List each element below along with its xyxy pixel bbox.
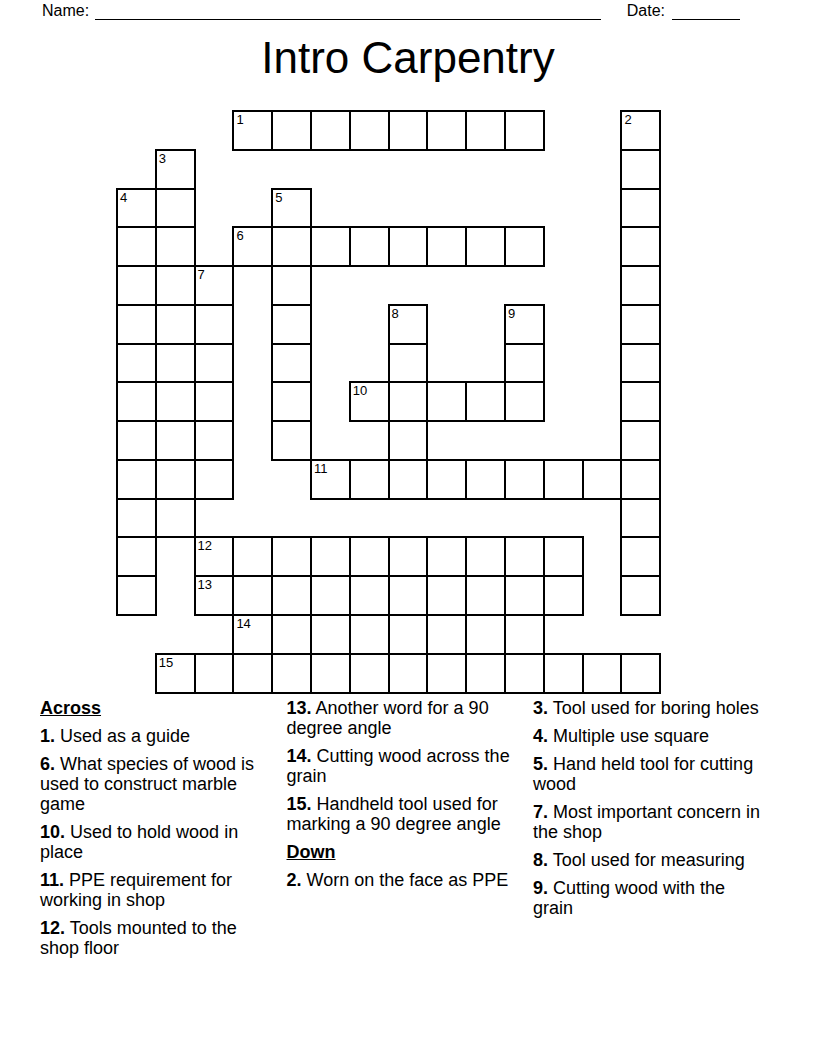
clue-number-label: 14.	[287, 746, 312, 766]
clue-1-across: 1. Used as a guide	[40, 726, 271, 746]
cell-r4-c0[interactable]	[116, 265, 157, 306]
cell-r3-c8[interactable]	[426, 226, 467, 267]
cell-r6-c1[interactable]	[155, 343, 196, 384]
cell-r0-c4[interactable]	[271, 110, 312, 151]
clue-13-across: 13. Another word for a 90 degree angle	[287, 698, 518, 738]
crossword-worksheet: Name: Date: Intro Carpentry 123456789101…	[0, 0, 816, 1056]
cell-r13-c3[interactable]: 14	[232, 614, 273, 655]
clue-number-label: 15.	[287, 794, 312, 814]
cell-r12-c10[interactable]	[504, 575, 545, 616]
cell-r5-c7[interactable]: 8	[388, 304, 429, 345]
cell-r13-c6[interactable]	[349, 614, 390, 655]
cell-r6-c0[interactable]	[116, 343, 157, 384]
cell-r14-c10[interactable]	[504, 653, 545, 694]
clue-12-across: 12. Tools mounted to the shop floor	[40, 918, 271, 958]
cell-r8-c2[interactable]	[194, 420, 235, 461]
name-label: Name:	[42, 2, 89, 20]
clue-number-9: 9	[508, 306, 515, 321]
cell-r14-c2[interactable]	[194, 653, 235, 694]
clue-10-across: 10. Used to hold wood in place	[40, 822, 271, 862]
cell-r0-c8[interactable]	[426, 110, 467, 151]
cell-r3-c13[interactable]	[620, 226, 661, 267]
cell-r12-c8[interactable]	[426, 575, 467, 616]
cell-r13-c9[interactable]	[465, 614, 506, 655]
cell-r7-c4[interactable]	[271, 381, 312, 422]
cell-r7-c6[interactable]: 10	[349, 381, 390, 422]
cell-r12-c11[interactable]	[543, 575, 584, 616]
cell-r7-c9[interactable]	[465, 381, 506, 422]
cell-r3-c1[interactable]	[155, 226, 196, 267]
cell-r7-c2[interactable]	[194, 381, 235, 422]
cell-r11-c5[interactable]	[310, 536, 351, 577]
clue-number-13: 13	[198, 577, 212, 592]
cell-r2-c1[interactable]	[155, 188, 196, 229]
cell-r2-c0[interactable]: 4	[116, 188, 157, 229]
cell-r7-c0[interactable]	[116, 381, 157, 422]
cell-r11-c9[interactable]	[465, 536, 506, 577]
cell-r7-c13[interactable]	[620, 381, 661, 422]
cell-r3-c4[interactable]	[271, 226, 312, 267]
clue-number-label: 3.	[533, 698, 548, 718]
cell-r3-c10[interactable]	[504, 226, 545, 267]
cell-r3-c5[interactable]	[310, 226, 351, 267]
cell-r13-c10[interactable]	[504, 614, 545, 655]
clue-number-5: 5	[275, 190, 282, 205]
cell-r12-c5[interactable]	[310, 575, 351, 616]
cell-r7-c7[interactable]	[388, 381, 429, 422]
cell-r2-c4[interactable]: 5	[271, 188, 312, 229]
clue-7-down: 7. Most important concern in the shop	[533, 802, 764, 842]
cell-r12-c7[interactable]	[388, 575, 429, 616]
date-input-line[interactable]	[672, 3, 740, 20]
clues-column-2: 13. Another word for a 90 degree angle14…	[287, 698, 534, 966]
cell-r13-c8[interactable]	[426, 614, 467, 655]
name-input-line[interactable]	[95, 3, 601, 20]
cell-r0-c7[interactable]	[388, 110, 429, 151]
cell-r11-c0[interactable]	[116, 536, 157, 577]
clue-2-down: 2. Worn on the face as PPE	[287, 870, 518, 890]
clue-number-8: 8	[392, 306, 399, 321]
cell-r8-c7[interactable]	[388, 420, 429, 461]
cell-r9-c6[interactable]	[349, 459, 390, 500]
cell-r4-c1[interactable]	[155, 265, 196, 306]
clue-number-label: 12.	[40, 918, 65, 938]
date-label: Date:	[627, 2, 665, 20]
clue-14-across: 14. Cutting wood across the grain	[287, 746, 518, 786]
clue-4-down: 4. Multiple use square	[533, 726, 764, 746]
cell-r6-c2[interactable]	[194, 343, 235, 384]
cell-r9-c0[interactable]	[116, 459, 157, 500]
cell-r9-c13[interactable]	[620, 459, 661, 500]
cell-r9-c8[interactable]	[426, 459, 467, 500]
clue-number-3: 3	[159, 151, 166, 166]
clue-8-down: 8. Tool used for measuring	[533, 850, 764, 870]
cell-r6-c13[interactable]	[620, 343, 661, 384]
cell-r3-c0[interactable]	[116, 226, 157, 267]
cell-r13-c7[interactable]	[388, 614, 429, 655]
cell-r14-c8[interactable]	[426, 653, 467, 694]
puzzle-title: Intro Carpentry	[0, 30, 816, 86]
cell-r11-c7[interactable]	[388, 536, 429, 577]
clue-number-14: 14	[236, 616, 250, 631]
cell-r3-c9[interactable]	[465, 226, 506, 267]
cell-r11-c6[interactable]	[349, 536, 390, 577]
cell-r14-c12[interactable]	[582, 653, 623, 694]
clue-number-11: 11	[314, 461, 328, 476]
clue-number-label: 10.	[40, 822, 65, 842]
cell-r12-c2[interactable]: 13	[194, 575, 235, 616]
cell-r9-c12[interactable]	[582, 459, 623, 500]
clue-number-label: 11.	[40, 870, 64, 890]
cell-r12-c4[interactable]	[271, 575, 312, 616]
cell-r11-c13[interactable]	[620, 536, 661, 577]
cell-r12-c13[interactable]	[620, 575, 661, 616]
clue-9-down: 9. Cutting wood with the grain	[533, 878, 764, 918]
cell-r1-c1[interactable]: 3	[155, 149, 196, 190]
cell-r12-c9[interactable]	[465, 575, 506, 616]
cell-r8-c4[interactable]	[271, 420, 312, 461]
cell-r14-c1[interactable]: 15	[155, 653, 196, 694]
down-heading: Down	[287, 842, 518, 863]
cell-r9-c10[interactable]	[504, 459, 545, 500]
cell-r10-c1[interactable]	[155, 498, 196, 539]
cell-r8-c0[interactable]	[116, 420, 157, 461]
cell-r5-c13[interactable]	[620, 304, 661, 345]
clue-11-across: 11. PPE requirement for working in shop	[40, 870, 271, 910]
cell-r3-c7[interactable]	[388, 226, 429, 267]
cell-r2-c13[interactable]	[620, 188, 661, 229]
cell-r6-c10[interactable]	[504, 343, 545, 384]
clue-number-12: 12	[198, 538, 212, 553]
cell-r14-c11[interactable]	[543, 653, 584, 694]
clue-number-10: 10	[353, 383, 367, 398]
cell-r0-c3[interactable]: 1	[232, 110, 273, 151]
cell-r0-c13[interactable]: 2	[620, 110, 661, 151]
cell-r12-c6[interactable]	[349, 575, 390, 616]
clue-number-label: 1.	[40, 726, 55, 746]
cell-r11-c2[interactable]: 12	[194, 536, 235, 577]
cell-r0-c6[interactable]	[349, 110, 390, 151]
cell-r14-c5[interactable]	[310, 653, 351, 694]
clue-number-label: 4.	[533, 726, 548, 746]
cell-r4-c2[interactable]: 7	[194, 265, 235, 306]
clue-number-7: 7	[198, 267, 205, 282]
clue-number-15: 15	[159, 655, 173, 670]
cell-r6-c4[interactable]	[271, 343, 312, 384]
cell-r7-c1[interactable]	[155, 381, 196, 422]
cell-r14-c6[interactable]	[349, 653, 390, 694]
clues-column-3: 3. Tool used for boring holes4. Multiple…	[533, 698, 780, 966]
clue-number-label: 13.	[287, 698, 312, 718]
cell-r8-c1[interactable]	[155, 420, 196, 461]
clue-number-2: 2	[624, 112, 631, 127]
cell-r10-c0[interactable]	[116, 498, 157, 539]
cell-r3-c3[interactable]: 6	[232, 226, 273, 267]
clue-number-label: 2.	[287, 870, 302, 890]
cell-r9-c5[interactable]: 11	[310, 459, 351, 500]
clue-number-label: 5.	[533, 754, 548, 774]
cell-r7-c8[interactable]	[426, 381, 467, 422]
worksheet-header: Name: Date:	[42, 0, 740, 20]
clue-number-1: 1	[236, 112, 243, 127]
cell-r4-c4[interactable]	[271, 265, 312, 306]
clue-number-label: 8.	[533, 850, 548, 870]
cell-r5-c2[interactable]	[194, 304, 235, 345]
cell-r11-c3[interactable]	[232, 536, 273, 577]
cell-r6-c7[interactable]	[388, 343, 429, 384]
crossword-grid: 123456789101112131415	[116, 110, 662, 695]
clue-number-6: 6	[236, 228, 243, 243]
cell-r14-c9[interactable]	[465, 653, 506, 694]
cell-r3-c6[interactable]	[349, 226, 390, 267]
cell-r5-c1[interactable]	[155, 304, 196, 345]
cell-r0-c9[interactable]	[465, 110, 506, 151]
cell-r5-c0[interactable]	[116, 304, 157, 345]
cell-r12-c0[interactable]	[116, 575, 157, 616]
cell-r9-c1[interactable]	[155, 459, 196, 500]
cell-r14-c3[interactable]	[232, 653, 273, 694]
clue-number-label: 7.	[533, 802, 548, 822]
cell-r5-c4[interactable]	[271, 304, 312, 345]
cell-r8-c13[interactable]	[620, 420, 661, 461]
clue-number-label: 9.	[533, 878, 548, 898]
clue-3-down: 3. Tool used for boring holes	[533, 698, 764, 718]
cell-r14-c7[interactable]	[388, 653, 429, 694]
cell-r0-c5[interactable]	[310, 110, 351, 151]
cell-r9-c9[interactable]	[465, 459, 506, 500]
cell-r10-c13[interactable]	[620, 498, 661, 539]
clue-lists: Across1. Used as a guide6. What species …	[40, 698, 780, 966]
cell-r5-c10[interactable]: 9	[504, 304, 545, 345]
cell-r11-c11[interactable]	[543, 536, 584, 577]
cell-r11-c8[interactable]	[426, 536, 467, 577]
clue-5-down: 5. Hand held tool for cutting wood	[533, 754, 764, 794]
cell-r9-c2[interactable]	[194, 459, 235, 500]
cell-r0-c10[interactable]	[504, 110, 545, 151]
clue-15-across: 15. Handheld tool used for marking a 90 …	[287, 794, 518, 834]
cell-r11-c10[interactable]	[504, 536, 545, 577]
across-heading: Across	[40, 698, 271, 719]
clue-number-label: 6.	[40, 754, 55, 774]
cell-r9-c11[interactable]	[543, 459, 584, 500]
cell-r4-c13[interactable]	[620, 265, 661, 306]
clue-number-4: 4	[120, 190, 127, 205]
cell-r11-c4[interactable]	[271, 536, 312, 577]
cell-r14-c13[interactable]	[620, 653, 661, 694]
cell-r9-c7[interactable]	[388, 459, 429, 500]
cell-r1-c13[interactable]	[620, 149, 661, 190]
cell-r13-c5[interactable]	[310, 614, 351, 655]
clue-6-across: 6. What species of wood is used to const…	[40, 754, 271, 814]
cell-r12-c3[interactable]	[232, 575, 273, 616]
cell-r13-c4[interactable]	[271, 614, 312, 655]
cell-r14-c4[interactable]	[271, 653, 312, 694]
clues-column-1: Across1. Used as a guide6. What species …	[40, 698, 287, 966]
cell-r7-c10[interactable]	[504, 381, 545, 422]
